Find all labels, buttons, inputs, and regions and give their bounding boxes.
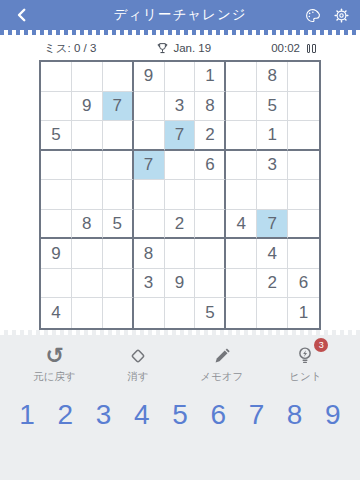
cell-r8c2[interactable] (72, 269, 103, 299)
erase-button[interactable]: 消す (109, 343, 167, 384)
cell-r9c8[interactable] (257, 298, 288, 328)
cell-r6c7[interactable]: 4 (226, 210, 257, 240)
cell-r6c8[interactable]: 7 (257, 210, 288, 240)
cell-r8c5[interactable]: 9 (165, 269, 196, 299)
lightbulb-icon (294, 345, 316, 367)
cell-r7c2[interactable] (72, 239, 103, 269)
cell-r7c5[interactable] (165, 239, 196, 269)
cell-r6c6[interactable] (195, 210, 226, 240)
cell-r9c3[interactable] (103, 298, 134, 328)
cell-r1c4[interactable]: 9 (134, 62, 165, 92)
cell-r4c5[interactable] (165, 151, 196, 181)
back-chevron-icon (13, 6, 31, 24)
numpad-key-1[interactable]: 1 (11, 398, 43, 432)
cell-r9c5[interactable] (165, 298, 196, 328)
cell-r7c6[interactable] (195, 239, 226, 269)
numpad: 123456789 (0, 398, 360, 432)
numpad-key-4[interactable]: 4 (126, 398, 158, 432)
cell-r2c8[interactable]: 5 (257, 92, 288, 122)
cell-r4c7[interactable] (226, 151, 257, 181)
cell-r4c3[interactable] (103, 151, 134, 181)
play-area: ミス: 0 / 3 Jan. 19 00:02 9189738557217638… (0, 35, 360, 330)
cell-r6c4[interactable] (134, 210, 165, 240)
cell-r2c7[interactable] (226, 92, 257, 122)
cell-r2c1[interactable] (41, 92, 72, 122)
numpad-key-5[interactable]: 5 (164, 398, 196, 432)
cell-r8c7[interactable] (226, 269, 257, 299)
mistakes-counter: ミス: 0 / 3 (44, 41, 96, 56)
cell-r5c6[interactable] (195, 180, 226, 210)
toolbar: ↺ 元に戻す 消す メモオフ 3 (0, 343, 360, 384)
cell-r3c6[interactable]: 2 (195, 121, 226, 151)
cell-r6c1[interactable] (41, 210, 72, 240)
cell-r9c6[interactable]: 5 (195, 298, 226, 328)
cell-r7c4[interactable]: 8 (134, 239, 165, 269)
cell-r8c3[interactable] (103, 269, 134, 299)
cell-r3c4[interactable] (134, 121, 165, 151)
status-bar: ミス: 0 / 3 Jan. 19 00:02 (0, 38, 360, 58)
cell-r3c3[interactable] (103, 121, 134, 151)
cell-r5c5[interactable] (165, 180, 196, 210)
cell-r7c8[interactable]: 4 (257, 239, 288, 269)
cell-r7c1[interactable]: 9 (41, 239, 72, 269)
cell-r5c8[interactable] (257, 180, 288, 210)
cell-r1c1[interactable] (41, 62, 72, 92)
palette-icon[interactable] (304, 7, 321, 24)
cell-r9c7[interactable] (226, 298, 257, 328)
cell-r7c7[interactable] (226, 239, 257, 269)
cell-r8c1[interactable] (41, 269, 72, 299)
cell-r2c9[interactable] (288, 92, 319, 122)
cell-r8c4[interactable]: 3 (134, 269, 165, 299)
cell-r5c7[interactable] (226, 180, 257, 210)
numpad-key-9[interactable]: 9 (317, 398, 349, 432)
cell-r2c6[interactable]: 8 (195, 92, 226, 122)
ticket-edge-bottom (0, 330, 360, 335)
cell-r3c1[interactable]: 5 (41, 121, 72, 151)
back-button[interactable] (10, 3, 34, 27)
cell-r4c6[interactable]: 6 (195, 151, 226, 181)
cell-r1c9[interactable] (288, 62, 319, 92)
cell-r4c8[interactable]: 3 (257, 151, 288, 181)
undo-icon: ↺ (45, 343, 63, 367)
cell-r2c3[interactable]: 7 (103, 92, 134, 122)
memo-label: メモオフ (200, 370, 243, 384)
cell-r4c2[interactable] (72, 151, 103, 181)
cell-r6c9[interactable] (288, 210, 319, 240)
timer: 00:02 (271, 42, 300, 54)
cell-r8c8[interactable]: 2 (257, 269, 288, 299)
cell-r5c1[interactable] (41, 180, 72, 210)
cell-r3c8[interactable]: 1 (257, 121, 288, 151)
sudoku-app: ディリーチャレンジ ミス: 0 / 3 (0, 0, 360, 480)
hint-label: ヒント (289, 370, 321, 384)
cell-r7c3[interactable] (103, 239, 134, 269)
cell-r6c3[interactable]: 5 (103, 210, 134, 240)
hint-button[interactable]: 3 ヒント (276, 343, 334, 384)
pencil-icon (211, 345, 233, 367)
eraser-icon (127, 345, 149, 367)
cell-r3c9[interactable] (288, 121, 319, 151)
cell-r1c6[interactable]: 1 (195, 62, 226, 92)
cell-r9c2[interactable] (72, 298, 103, 328)
cell-r8c6[interactable] (195, 269, 226, 299)
cell-r4c9[interactable] (288, 151, 319, 181)
numpad-key-2[interactable]: 2 (49, 398, 81, 432)
sudoku-board: 918973855721763852479843926451 (39, 60, 321, 330)
cell-r4c1[interactable] (41, 151, 72, 181)
cell-r3c7[interactable] (226, 121, 257, 151)
cell-r5c2[interactable] (72, 180, 103, 210)
memo-button[interactable]: メモオフ (193, 343, 251, 384)
cell-r1c7[interactable] (226, 62, 257, 92)
cell-r3c2[interactable] (72, 121, 103, 151)
hint-badge: 3 (314, 338, 328, 352)
numpad-key-3[interactable]: 3 (88, 398, 120, 432)
cell-r6c5[interactable]: 2 (165, 210, 196, 240)
challenge-date: Jan. 19 (173, 42, 211, 54)
cell-r2c2[interactable]: 9 (72, 92, 103, 122)
cell-r2c5[interactable]: 3 (165, 92, 196, 122)
trophy-icon (156, 42, 169, 55)
cell-r7c9[interactable] (288, 239, 319, 269)
cell-r2c4[interactable] (134, 92, 165, 122)
cell-r9c1[interactable]: 4 (41, 298, 72, 328)
cell-r1c8[interactable]: 8 (257, 62, 288, 92)
cell-r1c3[interactable] (103, 62, 134, 92)
undo-label: 元に戻す (33, 370, 76, 384)
cell-r9c4[interactable] (134, 298, 165, 328)
numpad-key-7[interactable]: 7 (240, 398, 272, 432)
cell-r6c2[interactable]: 8 (72, 210, 103, 240)
cell-r4c4[interactable]: 7 (134, 151, 165, 181)
cell-r5c9[interactable] (288, 180, 319, 210)
cell-r1c2[interactable] (72, 62, 103, 92)
erase-label: 消す (128, 370, 149, 384)
cell-r3c5[interactable]: 7 (165, 121, 196, 151)
cell-r5c3[interactable] (103, 180, 134, 210)
pause-button[interactable] (307, 44, 316, 53)
cell-r1c5[interactable] (165, 62, 196, 92)
cell-r8c9[interactable]: 6 (288, 269, 319, 299)
undo-button[interactable]: ↺ 元に戻す (26, 343, 84, 384)
cell-r5c4[interactable] (134, 180, 165, 210)
numpad-key-8[interactable]: 8 (279, 398, 311, 432)
cell-r9c9[interactable]: 1 (288, 298, 319, 328)
gear-icon[interactable] (333, 7, 350, 24)
top-bar: ディリーチャレンジ (0, 0, 360, 30)
numpad-key-6[interactable]: 6 (202, 398, 234, 432)
